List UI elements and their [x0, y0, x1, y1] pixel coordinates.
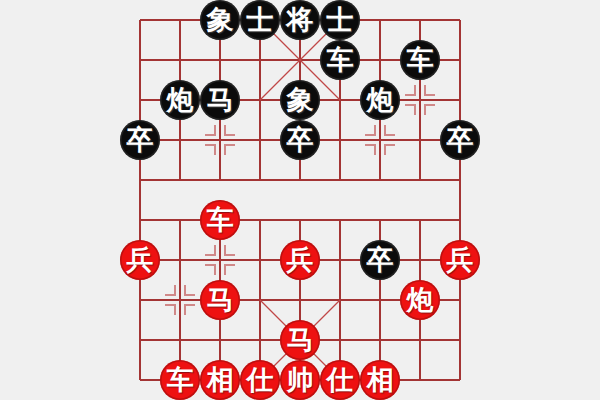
- board-point-8-9[interactable]: [440, 360, 480, 400]
- board-point-1-9[interactable]: 车: [160, 360, 200, 400]
- piece-red-horse[interactable]: 马: [280, 320, 320, 360]
- board-point-7-8[interactable]: [400, 320, 440, 360]
- piece-red-soldier[interactable]: 兵: [280, 240, 320, 280]
- piece-red-elephant[interactable]: 相: [360, 360, 400, 400]
- board-point-8-7[interactable]: [440, 280, 480, 320]
- board-point-8-1[interactable]: [440, 40, 480, 80]
- board-point-8-5[interactable]: [440, 200, 480, 240]
- board-point-2-5[interactable]: 车: [200, 200, 240, 240]
- board-point-8-8[interactable]: [440, 320, 480, 360]
- board-point-7-7[interactable]: 炮: [400, 280, 440, 320]
- board-point-0-7[interactable]: [120, 280, 160, 320]
- board-point-3-8[interactable]: [240, 320, 280, 360]
- board-point-2-3[interactable]: [200, 120, 240, 160]
- piece-black-elephant[interactable]: 象: [280, 80, 320, 120]
- board-point-7-3[interactable]: [400, 120, 440, 160]
- board-point-2-4[interactable]: [200, 160, 240, 200]
- board-point-3-9[interactable]: 仕: [240, 360, 280, 400]
- board-point-6-6[interactable]: 卒: [360, 240, 400, 280]
- piece-red-advisor[interactable]: 仕: [240, 360, 280, 400]
- board-point-8-4[interactable]: [440, 160, 480, 200]
- board-point-5-3[interactable]: [320, 120, 360, 160]
- piece-red-chariot[interactable]: 车: [200, 200, 240, 240]
- board-point-1-8[interactable]: [160, 320, 200, 360]
- board-point-6-5[interactable]: [360, 200, 400, 240]
- piece-red-cannon[interactable]: 炮: [400, 280, 440, 320]
- board-point-3-7[interactable]: [240, 280, 280, 320]
- board-point-7-4[interactable]: [400, 160, 440, 200]
- board-grid: 象士将士车车炮马象炮卒卒卒车兵兵卒兵马炮马车相仕帅仕相: [120, 0, 480, 400]
- board-point-3-4[interactable]: [240, 160, 280, 200]
- board-point-5-0[interactable]: 士: [320, 0, 360, 40]
- board-point-2-2[interactable]: 马: [200, 80, 240, 120]
- board-point-8-6[interactable]: 兵: [440, 240, 480, 280]
- xiangqi-board: 象士将士车车炮马象炮卒卒卒车兵兵卒兵马炮马车相仕帅仕相: [0, 0, 600, 400]
- board-point-4-6[interactable]: 兵: [280, 240, 320, 280]
- board-point-0-6[interactable]: 兵: [120, 240, 160, 280]
- board-point-5-8[interactable]: [320, 320, 360, 360]
- board-point-1-5[interactable]: [160, 200, 200, 240]
- board-point-6-8[interactable]: [360, 320, 400, 360]
- board-point-1-6[interactable]: [160, 240, 200, 280]
- board-point-3-1[interactable]: [240, 40, 280, 80]
- piece-red-horse[interactable]: 马: [200, 280, 240, 320]
- board-point-5-4[interactable]: [320, 160, 360, 200]
- board-point-6-0[interactable]: [360, 0, 400, 40]
- board-point-4-8[interactable]: 马: [280, 320, 320, 360]
- board-point-8-2[interactable]: [440, 80, 480, 120]
- board-point-0-5[interactable]: [120, 200, 160, 240]
- piece-black-soldier[interactable]: 卒: [280, 120, 320, 160]
- board-point-2-1[interactable]: [200, 40, 240, 80]
- board-point-3-3[interactable]: [240, 120, 280, 160]
- piece-black-advisor[interactable]: 士: [320, 0, 360, 40]
- piece-black-cannon[interactable]: 炮: [160, 80, 200, 120]
- piece-red-advisor[interactable]: 仕: [320, 360, 360, 400]
- board-point-0-3[interactable]: 卒: [120, 120, 160, 160]
- board-point-5-6[interactable]: [320, 240, 360, 280]
- board-point-1-3[interactable]: [160, 120, 200, 160]
- board-point-3-5[interactable]: [240, 200, 280, 240]
- board-point-5-2[interactable]: [320, 80, 360, 120]
- board-point-0-9[interactable]: [120, 360, 160, 400]
- board-point-4-0[interactable]: 将: [280, 0, 320, 40]
- piece-red-soldier[interactable]: 兵: [440, 240, 480, 280]
- board-point-6-1[interactable]: [360, 40, 400, 80]
- board-point-4-1[interactable]: [280, 40, 320, 80]
- board-point-5-5[interactable]: [320, 200, 360, 240]
- board-point-7-1[interactable]: 车: [400, 40, 440, 80]
- board-point-5-7[interactable]: [320, 280, 360, 320]
- board-point-0-1[interactable]: [120, 40, 160, 80]
- board-point-4-2[interactable]: 象: [280, 80, 320, 120]
- board-point-7-5[interactable]: [400, 200, 440, 240]
- board-point-4-9[interactable]: 帅: [280, 360, 320, 400]
- board-point-6-4[interactable]: [360, 160, 400, 200]
- board-point-7-2[interactable]: [400, 80, 440, 120]
- board-point-7-9[interactable]: [400, 360, 440, 400]
- piece-black-chariot[interactable]: 车: [320, 40, 360, 80]
- board-point-4-4[interactable]: [280, 160, 320, 200]
- board-point-2-8[interactable]: [200, 320, 240, 360]
- board-point-1-7[interactable]: [160, 280, 200, 320]
- piece-red-general[interactable]: 帅: [280, 360, 320, 400]
- board-point-1-2[interactable]: 炮: [160, 80, 200, 120]
- board-point-3-0[interactable]: 士: [240, 0, 280, 40]
- board-point-8-3[interactable]: 卒: [440, 120, 480, 160]
- board-point-0-4[interactable]: [120, 160, 160, 200]
- piece-black-general[interactable]: 将: [280, 0, 320, 40]
- piece-black-elephant[interactable]: 象: [200, 0, 240, 40]
- board-point-7-0[interactable]: [400, 0, 440, 40]
- board-point-0-0[interactable]: [120, 0, 160, 40]
- piece-black-soldier[interactable]: 卒: [360, 240, 400, 280]
- piece-black-horse[interactable]: 马: [200, 80, 240, 120]
- piece-black-soldier[interactable]: 卒: [120, 120, 160, 160]
- piece-black-chariot[interactable]: 车: [400, 40, 440, 80]
- board-point-6-7[interactable]: [360, 280, 400, 320]
- board-point-8-0[interactable]: [440, 0, 480, 40]
- board-point-1-0[interactable]: [160, 0, 200, 40]
- board-point-6-9[interactable]: 相: [360, 360, 400, 400]
- piece-red-elephant[interactable]: 相: [200, 360, 240, 400]
- board-point-3-2[interactable]: [240, 80, 280, 120]
- board-point-2-7[interactable]: 马: [200, 280, 240, 320]
- board-point-5-9[interactable]: 仕: [320, 360, 360, 400]
- piece-black-soldier[interactable]: 卒: [440, 120, 480, 160]
- board-point-4-5[interactable]: [280, 200, 320, 240]
- piece-black-cannon[interactable]: 炮: [360, 80, 400, 120]
- board-point-6-2[interactable]: 炮: [360, 80, 400, 120]
- board-point-4-3[interactable]: 卒: [280, 120, 320, 160]
- piece-black-advisor[interactable]: 士: [240, 0, 280, 40]
- board-point-4-7[interactable]: [280, 280, 320, 320]
- board-point-7-6[interactable]: [400, 240, 440, 280]
- piece-red-chariot[interactable]: 车: [160, 360, 200, 400]
- board-point-0-8[interactable]: [120, 320, 160, 360]
- board-point-5-1[interactable]: 车: [320, 40, 360, 80]
- board-point-1-1[interactable]: [160, 40, 200, 80]
- board-point-6-3[interactable]: [360, 120, 400, 160]
- board-point-2-6[interactable]: [200, 240, 240, 280]
- board-point-3-6[interactable]: [240, 240, 280, 280]
- board-point-0-2[interactable]: [120, 80, 160, 120]
- board-point-2-9[interactable]: 相: [200, 360, 240, 400]
- board-point-1-4[interactable]: [160, 160, 200, 200]
- board-point-2-0[interactable]: 象: [200, 0, 240, 40]
- piece-red-soldier[interactable]: 兵: [120, 240, 160, 280]
